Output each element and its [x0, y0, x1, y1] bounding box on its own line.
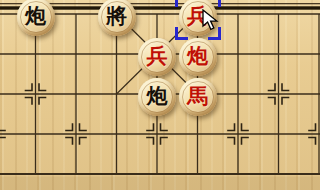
piece-glyph: 兵	[147, 46, 168, 67]
mouse-cursor	[202, 9, 219, 32]
piece-glyph: 炮	[187, 46, 208, 67]
piece-glyph: 馬	[187, 86, 208, 107]
piece-red-cannon[interactable]: 炮	[179, 38, 217, 76]
piece-glyph: 將	[106, 6, 127, 27]
piece-red-soldier[interactable]: 兵	[138, 38, 176, 76]
piece-black-cannon[interactable]: 炮	[17, 0, 55, 36]
xiangqi-board: 炮將兵兵炮炮馬	[0, 0, 320, 190]
piece-black-general[interactable]: 將	[98, 0, 136, 36]
piece-red-horse[interactable]: 馬	[179, 78, 217, 116]
piece-glyph: 炮	[147, 86, 168, 107]
piece-glyph: 炮	[25, 6, 46, 27]
piece-black-cannon[interactable]: 炮	[138, 78, 176, 116]
